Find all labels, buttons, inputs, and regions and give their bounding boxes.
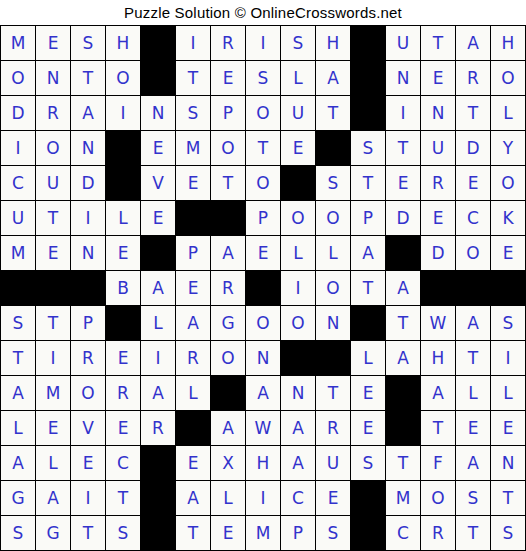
letter-cell-r11c15: L — [491, 376, 525, 410]
black-cell-r8c14 — [456, 271, 490, 305]
letter-cell-r4c13: U — [421, 131, 455, 165]
letter-cell-r9c3: P — [71, 306, 105, 340]
letter-cell-r9c7: G — [211, 306, 245, 340]
letter-cell-r1c14: A — [456, 26, 490, 60]
letter-cell-r9c15: S — [491, 306, 525, 340]
letter-cell-r4c5: E — [141, 131, 175, 165]
black-cell-r8c8 — [246, 271, 280, 305]
letter-cell-r3c3: A — [71, 96, 105, 130]
letter-cell-r5c5: V — [141, 166, 175, 200]
letter-cell-r13c9: A — [281, 446, 315, 480]
letter-cell-r12c14: E — [456, 411, 490, 445]
letter-cell-r4c9: E — [281, 131, 315, 165]
letter-cell-r1c6: I — [176, 26, 210, 60]
letter-cell-r14c2: A — [36, 481, 70, 515]
letter-cell-r12c2: E — [36, 411, 70, 445]
letter-cell-r13c13: F — [421, 446, 455, 480]
black-cell-r1c5 — [141, 26, 175, 60]
black-cell-r8c3 — [71, 271, 105, 305]
letter-cell-r4c15: Y — [491, 131, 525, 165]
letter-cell-r5c6: E — [176, 166, 210, 200]
letter-cell-r11c3: O — [71, 376, 105, 410]
letter-cell-r9c14: A — [456, 306, 490, 340]
letter-cell-r1c8: I — [246, 26, 280, 60]
letter-cell-r2c9: L — [281, 61, 315, 95]
letter-cell-r1c10: H — [316, 26, 350, 60]
letter-cell-r13c7: X — [211, 446, 245, 480]
letter-cell-r7c13: D — [421, 236, 455, 270]
letter-cell-r4c7: O — [211, 131, 245, 165]
letter-cell-r6c1: U — [1, 201, 35, 235]
black-cell-r6c7 — [211, 201, 245, 235]
letter-cell-r15c4: S — [106, 516, 140, 550]
letter-cell-r15c2: G — [36, 516, 70, 550]
letter-cell-r15c7: E — [211, 516, 245, 550]
letter-cell-r2c1: O — [1, 61, 35, 95]
black-cell-r14c5 — [141, 481, 175, 515]
letter-cell-r7c4: E — [106, 236, 140, 270]
black-cell-r8c13 — [421, 271, 455, 305]
letter-cell-r4c12: T — [386, 131, 420, 165]
letter-cell-r11c8: A — [246, 376, 280, 410]
black-cell-r10c9 — [281, 341, 315, 375]
black-cell-r4c4 — [106, 131, 140, 165]
letter-cell-r6c8: P — [246, 201, 280, 235]
letter-cell-r5c15: O — [491, 166, 525, 200]
letter-cell-r7c1: M — [1, 236, 35, 270]
letter-cell-r8c12: A — [386, 271, 420, 305]
letter-cell-r7c3: N — [71, 236, 105, 270]
crossword-grid: MESHIRISHUTAHONTOTESLANERODRAINSPOUTINTL… — [0, 25, 526, 551]
black-cell-r9c4 — [106, 306, 140, 340]
letter-cell-r9c8: O — [246, 306, 280, 340]
letter-cell-r4c8: T — [246, 131, 280, 165]
letter-cell-r8c10: O — [316, 271, 350, 305]
black-cell-r5c4 — [106, 166, 140, 200]
letter-cell-r11c2: M — [36, 376, 70, 410]
letter-cell-r13c6: E — [176, 446, 210, 480]
letter-cell-r11c5: A — [141, 376, 175, 410]
letter-cell-r14c4: T — [106, 481, 140, 515]
letter-cell-r14c7: L — [211, 481, 245, 515]
letter-cell-r12c8: W — [246, 411, 280, 445]
letter-cell-r12c13: T — [421, 411, 455, 445]
letter-cell-r2c13: E — [421, 61, 455, 95]
letter-cell-r12c5: R — [141, 411, 175, 445]
letter-cell-r15c14: T — [456, 516, 490, 550]
letter-cell-r5c8: O — [246, 166, 280, 200]
letter-cell-r11c4: R — [106, 376, 140, 410]
black-cell-r2c11 — [351, 61, 385, 95]
letter-cell-r7c15: E — [491, 236, 525, 270]
letter-cell-r2c7: E — [211, 61, 245, 95]
letter-cell-r14c1: G — [1, 481, 35, 515]
black-cell-r5c9 — [281, 166, 315, 200]
letter-cell-r10c1: T — [1, 341, 35, 375]
letter-cell-r15c9: P — [281, 516, 315, 550]
letter-cell-r11c11: E — [351, 376, 385, 410]
black-cell-r15c11 — [351, 516, 385, 550]
black-cell-r12c6 — [176, 411, 210, 445]
letter-cell-r4c3: N — [71, 131, 105, 165]
letter-cell-r7c7: A — [211, 236, 245, 270]
letter-cell-r13c10: U — [316, 446, 350, 480]
letter-cell-r4c6: M — [176, 131, 210, 165]
letter-cell-r11c6: L — [176, 376, 210, 410]
letter-cell-r14c9: C — [281, 481, 315, 515]
letter-cell-r2c14: R — [456, 61, 490, 95]
letter-cell-r14c10: E — [316, 481, 350, 515]
letter-cell-r7c10: L — [316, 236, 350, 270]
letter-cell-r4c1: I — [1, 131, 35, 165]
letter-cell-r9c1: S — [1, 306, 35, 340]
letter-cell-r6c9: O — [281, 201, 315, 235]
letter-cell-r6c12: D — [386, 201, 420, 235]
letter-cell-r9c12: T — [386, 306, 420, 340]
letter-cell-r1c3: S — [71, 26, 105, 60]
letter-cell-r3c7: P — [211, 96, 245, 130]
letter-cell-r13c15: N — [491, 446, 525, 480]
black-cell-r8c2 — [36, 271, 70, 305]
black-cell-r3c11 — [351, 96, 385, 130]
letter-cell-r1c2: E — [36, 26, 70, 60]
letter-cell-r2c3: T — [71, 61, 105, 95]
letter-cell-r13c2: L — [36, 446, 70, 480]
puzzle-title: Puzzle Solution © OnlineCrosswords.net — [0, 0, 526, 25]
black-cell-r9c11 — [351, 306, 385, 340]
letter-cell-r13c11: S — [351, 446, 385, 480]
letter-cell-r13c3: E — [71, 446, 105, 480]
letter-cell-r6c14: C — [456, 201, 490, 235]
letter-cell-r8c4: B — [106, 271, 140, 305]
letter-cell-r12c1: L — [1, 411, 35, 445]
letter-cell-r5c13: R — [421, 166, 455, 200]
letter-cell-r6c4: L — [106, 201, 140, 235]
black-cell-r10c10 — [316, 341, 350, 375]
letter-cell-r14c15: T — [491, 481, 525, 515]
letter-cell-r8c7: R — [211, 271, 245, 305]
letter-cell-r14c8: I — [246, 481, 280, 515]
letter-cell-r15c6: T — [176, 516, 210, 550]
letter-cell-r2c10: A — [316, 61, 350, 95]
letter-cell-r1c9: S — [281, 26, 315, 60]
letter-cell-r14c14: S — [456, 481, 490, 515]
black-cell-r7c12 — [386, 236, 420, 270]
letter-cell-r12c4: E — [106, 411, 140, 445]
letter-cell-r1c1: M — [1, 26, 35, 60]
letter-cell-r12c3: V — [71, 411, 105, 445]
black-cell-r8c1 — [1, 271, 35, 305]
letter-cell-r10c3: R — [71, 341, 105, 375]
letter-cell-r6c2: T — [36, 201, 70, 235]
letter-cell-r15c8: M — [246, 516, 280, 550]
letter-cell-r14c3: I — [71, 481, 105, 515]
letter-cell-r6c10: O — [316, 201, 350, 235]
letter-cell-r13c12: T — [386, 446, 420, 480]
letter-cell-r3c10: T — [316, 96, 350, 130]
letter-cell-r8c9: I — [281, 271, 315, 305]
letter-cell-r14c13: O — [421, 481, 455, 515]
letter-cell-r14c12: M — [386, 481, 420, 515]
letter-cell-r7c11: A — [351, 236, 385, 270]
black-cell-r12c12 — [386, 411, 420, 445]
black-cell-r1c11 — [351, 26, 385, 60]
letter-cell-r11c1: A — [1, 376, 35, 410]
letter-cell-r5c1: C — [1, 166, 35, 200]
letter-cell-r10c13: H — [421, 341, 455, 375]
letter-cell-r3c1: D — [1, 96, 35, 130]
letter-cell-r3c9: U — [281, 96, 315, 130]
letter-cell-r15c1: S — [1, 516, 35, 550]
letter-cell-r15c3: T — [71, 516, 105, 550]
letter-cell-r10c2: I — [36, 341, 70, 375]
letter-cell-r2c4: O — [106, 61, 140, 95]
black-cell-r14c11 — [351, 481, 385, 515]
letter-cell-r10c15: I — [491, 341, 525, 375]
letter-cell-r3c13: N — [421, 96, 455, 130]
letter-cell-r8c6: E — [176, 271, 210, 305]
letter-cell-r5c7: T — [211, 166, 245, 200]
black-cell-r11c12 — [386, 376, 420, 410]
black-cell-r15c5 — [141, 516, 175, 550]
letter-cell-r7c9: L — [281, 236, 315, 270]
letter-cell-r15c15: S — [491, 516, 525, 550]
letter-cell-r9c9: O — [281, 306, 315, 340]
letter-cell-r1c12: U — [386, 26, 420, 60]
letter-cell-r1c15: H — [491, 26, 525, 60]
letter-cell-r11c10: T — [316, 376, 350, 410]
letter-cell-r3c15: L — [491, 96, 525, 130]
letter-cell-r5c3: D — [71, 166, 105, 200]
letter-cell-r3c4: I — [106, 96, 140, 130]
letter-cell-r9c5: L — [141, 306, 175, 340]
letter-cell-r7c14: O — [456, 236, 490, 270]
black-cell-r2c5 — [141, 61, 175, 95]
letter-cell-r7c6: P — [176, 236, 210, 270]
letter-cell-r4c11: S — [351, 131, 385, 165]
letter-cell-r14c6: A — [176, 481, 210, 515]
letter-cell-r2c12: N — [386, 61, 420, 95]
letter-cell-r11c9: N — [281, 376, 315, 410]
letter-cell-r15c10: S — [316, 516, 350, 550]
letter-cell-r9c13: W — [421, 306, 455, 340]
letter-cell-r11c13: A — [421, 376, 455, 410]
letter-cell-r3c8: O — [246, 96, 280, 130]
letter-cell-r12c9: A — [281, 411, 315, 445]
letter-cell-r5c2: U — [36, 166, 70, 200]
letter-cell-r2c2: N — [36, 61, 70, 95]
letter-cell-r2c6: T — [176, 61, 210, 95]
letter-cell-r9c10: N — [316, 306, 350, 340]
black-cell-r8c15 — [491, 271, 525, 305]
black-cell-r4c10 — [316, 131, 350, 165]
letter-cell-r1c13: T — [421, 26, 455, 60]
letter-cell-r12c7: A — [211, 411, 245, 445]
letter-cell-r2c8: S — [246, 61, 280, 95]
letter-cell-r3c14: T — [456, 96, 490, 130]
letter-cell-r8c11: T — [351, 271, 385, 305]
letter-cell-r13c1: A — [1, 446, 35, 480]
letter-cell-r15c13: R — [421, 516, 455, 550]
letter-cell-r13c14: A — [456, 446, 490, 480]
letter-cell-r10c6: R — [176, 341, 210, 375]
letter-cell-r4c14: D — [456, 131, 490, 165]
black-cell-r7c5 — [141, 236, 175, 270]
black-cell-r6c6 — [176, 201, 210, 235]
letter-cell-r10c12: A — [386, 341, 420, 375]
letter-cell-r6c5: E — [141, 201, 175, 235]
letter-cell-r10c4: E — [106, 341, 140, 375]
letter-cell-r6c11: P — [351, 201, 385, 235]
letter-cell-r1c4: H — [106, 26, 140, 60]
letter-cell-r8c5: A — [141, 271, 175, 305]
letter-cell-r5c14: E — [456, 166, 490, 200]
black-cell-r13c5 — [141, 446, 175, 480]
letter-cell-r5c10: S — [316, 166, 350, 200]
letter-cell-r12c15: E — [491, 411, 525, 445]
letter-cell-r10c8: N — [246, 341, 280, 375]
letter-cell-r11c14: L — [456, 376, 490, 410]
letter-cell-r6c15: K — [491, 201, 525, 235]
letter-cell-r6c13: E — [421, 201, 455, 235]
letter-cell-r7c2: E — [36, 236, 70, 270]
letter-cell-r10c5: I — [141, 341, 175, 375]
letter-cell-r13c4: C — [106, 446, 140, 480]
letter-cell-r12c10: R — [316, 411, 350, 445]
letter-cell-r13c8: H — [246, 446, 280, 480]
letter-cell-r4c2: O — [36, 131, 70, 165]
letter-cell-r10c11: L — [351, 341, 385, 375]
letter-cell-r3c2: R — [36, 96, 70, 130]
letter-cell-r2c15: O — [491, 61, 525, 95]
letter-cell-r1c7: R — [211, 26, 245, 60]
letter-cell-r10c14: T — [456, 341, 490, 375]
letter-cell-r15c12: C — [386, 516, 420, 550]
letter-cell-r3c12: I — [386, 96, 420, 130]
letter-cell-r6c3: I — [71, 201, 105, 235]
letter-cell-r10c7: O — [211, 341, 245, 375]
black-cell-r11c7 — [211, 376, 245, 410]
letter-cell-r9c2: T — [36, 306, 70, 340]
letter-cell-r9c6: A — [176, 306, 210, 340]
letter-cell-r12c11: E — [351, 411, 385, 445]
letter-cell-r7c8: E — [246, 236, 280, 270]
letter-cell-r5c12: E — [386, 166, 420, 200]
letter-cell-r3c5: N — [141, 96, 175, 130]
letter-cell-r3c6: S — [176, 96, 210, 130]
letter-cell-r5c11: T — [351, 166, 385, 200]
